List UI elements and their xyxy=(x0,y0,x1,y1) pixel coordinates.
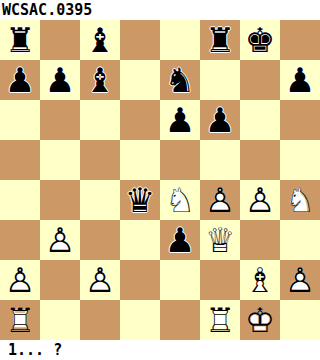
square-a2[interactable]: ♟♙ xyxy=(0,260,40,300)
chess-board: ♜♝♜♚♟♟♝♞♟♟♟♛♞♘♟♙♟♙♞♘♟♙♟♛♕♟♙♟♙♝♗♟♙♜♖♜♖♚♔ xyxy=(0,20,320,340)
white-knight: ♞♘ xyxy=(280,180,320,220)
square-d6[interactable] xyxy=(120,100,160,140)
white-pawn: ♟♙ xyxy=(0,260,40,300)
square-c8[interactable]: ♝ xyxy=(80,20,120,60)
square-d3[interactable] xyxy=(120,220,160,260)
white-bishop: ♝♗ xyxy=(240,260,280,300)
black-pawn: ♟ xyxy=(40,60,80,100)
white-rook: ♜♖ xyxy=(0,300,40,340)
square-g3[interactable] xyxy=(240,220,280,260)
square-a5[interactable] xyxy=(0,140,40,180)
square-c1[interactable] xyxy=(80,300,120,340)
square-e1[interactable] xyxy=(160,300,200,340)
black-rook: ♜ xyxy=(200,20,240,60)
square-h3[interactable] xyxy=(280,220,320,260)
white-pawn: ♟♙ xyxy=(40,220,80,260)
square-b2[interactable] xyxy=(40,260,80,300)
square-g2[interactable]: ♝♗ xyxy=(240,260,280,300)
square-f1[interactable]: ♜♖ xyxy=(200,300,240,340)
square-f7[interactable] xyxy=(200,60,240,100)
square-f6[interactable]: ♟ xyxy=(200,100,240,140)
black-knight: ♞ xyxy=(160,60,200,100)
black-pawn: ♟ xyxy=(0,60,40,100)
white-pawn: ♟♙ xyxy=(80,260,120,300)
square-d4[interactable]: ♛ xyxy=(120,180,160,220)
square-d8[interactable] xyxy=(120,20,160,60)
square-a1[interactable]: ♜♖ xyxy=(0,300,40,340)
black-bishop: ♝ xyxy=(80,20,120,60)
black-pawn: ♟ xyxy=(280,60,320,100)
square-a4[interactable] xyxy=(0,180,40,220)
square-b1[interactable] xyxy=(40,300,80,340)
square-e2[interactable] xyxy=(160,260,200,300)
square-h8[interactable] xyxy=(280,20,320,60)
square-g4[interactable]: ♟♙ xyxy=(240,180,280,220)
square-f4[interactable]: ♟♙ xyxy=(200,180,240,220)
square-d2[interactable] xyxy=(120,260,160,300)
square-c3[interactable] xyxy=(80,220,120,260)
square-a6[interactable] xyxy=(0,100,40,140)
square-d7[interactable] xyxy=(120,60,160,100)
square-f8[interactable]: ♜ xyxy=(200,20,240,60)
square-b3[interactable]: ♟♙ xyxy=(40,220,80,260)
square-b7[interactable]: ♟ xyxy=(40,60,80,100)
move-prompt: 1... ? xyxy=(0,340,320,360)
square-b8[interactable] xyxy=(40,20,80,60)
white-pawn: ♟♙ xyxy=(280,260,320,300)
black-pawn: ♟ xyxy=(160,220,200,260)
white-pawn: ♟♙ xyxy=(200,180,240,220)
square-c7[interactable]: ♝ xyxy=(80,60,120,100)
black-pawn: ♟ xyxy=(200,100,240,140)
square-c2[interactable]: ♟♙ xyxy=(80,260,120,300)
square-h1[interactable] xyxy=(280,300,320,340)
white-queen: ♛♕ xyxy=(200,220,240,260)
square-h7[interactable]: ♟ xyxy=(280,60,320,100)
square-d1[interactable] xyxy=(120,300,160,340)
square-d5[interactable] xyxy=(120,140,160,180)
square-a8[interactable]: ♜ xyxy=(0,20,40,60)
square-a3[interactable] xyxy=(0,220,40,260)
square-c4[interactable] xyxy=(80,180,120,220)
square-e3[interactable]: ♟ xyxy=(160,220,200,260)
square-a7[interactable]: ♟ xyxy=(0,60,40,100)
square-e7[interactable]: ♞ xyxy=(160,60,200,100)
square-h6[interactable] xyxy=(280,100,320,140)
white-pawn: ♟♙ xyxy=(240,180,280,220)
square-h5[interactable] xyxy=(280,140,320,180)
black-rook: ♜ xyxy=(0,20,40,60)
square-g7[interactable] xyxy=(240,60,280,100)
square-g6[interactable] xyxy=(240,100,280,140)
black-bishop: ♝ xyxy=(80,60,120,100)
square-b5[interactable] xyxy=(40,140,80,180)
white-king: ♚♔ xyxy=(240,300,280,340)
white-rook: ♜♖ xyxy=(200,300,240,340)
square-g8[interactable]: ♚ xyxy=(240,20,280,60)
square-c6[interactable] xyxy=(80,100,120,140)
square-f3[interactable]: ♛♕ xyxy=(200,220,240,260)
square-b4[interactable] xyxy=(40,180,80,220)
square-f2[interactable] xyxy=(200,260,240,300)
puzzle-id: WCSAC.0395 xyxy=(0,0,320,20)
square-c5[interactable] xyxy=(80,140,120,180)
square-h2[interactable]: ♟♙ xyxy=(280,260,320,300)
white-knight: ♞♘ xyxy=(160,180,200,220)
square-g1[interactable]: ♚♔ xyxy=(240,300,280,340)
square-g5[interactable] xyxy=(240,140,280,180)
square-e4[interactable]: ♞♘ xyxy=(160,180,200,220)
square-h4[interactable]: ♞♘ xyxy=(280,180,320,220)
square-b6[interactable] xyxy=(40,100,80,140)
black-pawn: ♟ xyxy=(160,100,200,140)
black-queen: ♛ xyxy=(120,180,160,220)
square-f5[interactable] xyxy=(200,140,240,180)
black-king: ♚ xyxy=(240,20,280,60)
square-e5[interactable] xyxy=(160,140,200,180)
square-e6[interactable]: ♟ xyxy=(160,100,200,140)
square-e8[interactable] xyxy=(160,20,200,60)
